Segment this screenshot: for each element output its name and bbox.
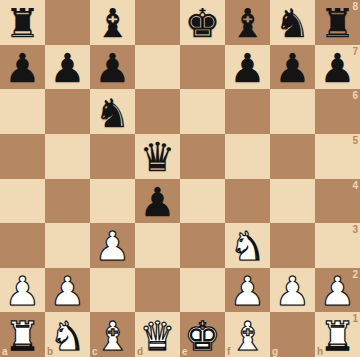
square-f3[interactable]: ♞: [225, 223, 270, 268]
piece-black-pawn[interactable]: ♟: [5, 48, 41, 88]
piece-black-rook[interactable]: ♜: [320, 3, 356, 43]
square-e1[interactable]: ♚e: [180, 312, 225, 357]
piece-white-knight[interactable]: ♞: [230, 226, 266, 266]
square-b5[interactable]: [45, 134, 90, 179]
piece-black-pawn[interactable]: ♟: [275, 48, 311, 88]
square-h1[interactable]: ♜1h: [315, 312, 360, 357]
square-h4[interactable]: 4: [315, 179, 360, 224]
square-g8[interactable]: ♞: [270, 0, 315, 45]
square-c7[interactable]: ♟: [90, 45, 135, 90]
square-h3[interactable]: 3: [315, 223, 360, 268]
piece-black-pawn[interactable]: ♟: [320, 48, 356, 88]
piece-white-bishop[interactable]: ♝: [95, 316, 131, 356]
square-e8[interactable]: ♚: [180, 0, 225, 45]
square-a8[interactable]: ♜: [0, 0, 45, 45]
piece-black-king[interactable]: ♚: [185, 3, 221, 43]
square-e7[interactable]: [180, 45, 225, 90]
piece-white-rook[interactable]: ♜: [5, 316, 41, 356]
square-c5[interactable]: [90, 134, 135, 179]
square-a1[interactable]: ♜a: [0, 312, 45, 357]
chess-board: ♜♝♚♝♞♜8♟♟♟♟♟♟7♞6♛5♟4♟♞3♟♟♟♟♟2♜a♞b♝c♛d♚e♝…: [0, 0, 360, 357]
square-b1[interactable]: ♞b: [45, 312, 90, 357]
square-a4[interactable]: [0, 179, 45, 224]
piece-white-pawn[interactable]: ♟: [320, 271, 356, 311]
rank-label-5: 5: [352, 135, 358, 146]
square-d5[interactable]: ♛: [135, 134, 180, 179]
square-d7[interactable]: [135, 45, 180, 90]
square-g4[interactable]: [270, 179, 315, 224]
square-a5[interactable]: [0, 134, 45, 179]
piece-black-pawn[interactable]: ♟: [230, 48, 266, 88]
square-h6[interactable]: 6: [315, 89, 360, 134]
square-e6[interactable]: [180, 89, 225, 134]
piece-white-rook[interactable]: ♜: [320, 316, 356, 356]
piece-white-queen[interactable]: ♛: [140, 316, 176, 356]
square-f6[interactable]: [225, 89, 270, 134]
square-a2[interactable]: ♟: [0, 268, 45, 313]
square-g7[interactable]: ♟: [270, 45, 315, 90]
square-e3[interactable]: [180, 223, 225, 268]
square-c8[interactable]: ♝: [90, 0, 135, 45]
square-b8[interactable]: [45, 0, 90, 45]
file-label-g: g: [272, 346, 278, 357]
square-e5[interactable]: [180, 134, 225, 179]
square-g3[interactable]: [270, 223, 315, 268]
square-a3[interactable]: [0, 223, 45, 268]
square-d8[interactable]: [135, 0, 180, 45]
square-c2[interactable]: [90, 268, 135, 313]
piece-white-bishop[interactable]: ♝: [230, 316, 266, 356]
square-f8[interactable]: ♝: [225, 0, 270, 45]
piece-black-pawn[interactable]: ♟: [50, 48, 86, 88]
square-g6[interactable]: [270, 89, 315, 134]
square-h7[interactable]: ♟7: [315, 45, 360, 90]
square-d6[interactable]: [135, 89, 180, 134]
square-g2[interactable]: ♟: [270, 268, 315, 313]
rank-label-6: 6: [352, 90, 358, 101]
piece-black-rook[interactable]: ♜: [5, 3, 41, 43]
square-d3[interactable]: [135, 223, 180, 268]
piece-white-knight[interactable]: ♞: [50, 316, 86, 356]
piece-white-pawn[interactable]: ♟: [95, 226, 131, 266]
piece-black-queen[interactable]: ♛: [140, 137, 176, 177]
rank-label-4: 4: [352, 180, 358, 191]
square-c4[interactable]: [90, 179, 135, 224]
square-b3[interactable]: [45, 223, 90, 268]
square-b2[interactable]: ♟: [45, 268, 90, 313]
piece-white-pawn[interactable]: ♟: [275, 271, 311, 311]
square-b4[interactable]: [45, 179, 90, 224]
square-a6[interactable]: [0, 89, 45, 134]
square-c6[interactable]: ♞: [90, 89, 135, 134]
square-d4[interactable]: ♟: [135, 179, 180, 224]
piece-black-knight[interactable]: ♞: [275, 3, 311, 43]
square-a7[interactable]: ♟: [0, 45, 45, 90]
square-h8[interactable]: ♜8: [315, 0, 360, 45]
square-e4[interactable]: [180, 179, 225, 224]
square-h5[interactable]: 5: [315, 134, 360, 179]
square-c1[interactable]: ♝c: [90, 312, 135, 357]
square-g5[interactable]: [270, 134, 315, 179]
piece-white-pawn[interactable]: ♟: [50, 271, 86, 311]
piece-black-bishop[interactable]: ♝: [95, 3, 131, 43]
square-f5[interactable]: [225, 134, 270, 179]
square-e2[interactable]: [180, 268, 225, 313]
piece-black-pawn[interactable]: ♟: [95, 48, 131, 88]
square-h2[interactable]: ♟2: [315, 268, 360, 313]
piece-white-pawn[interactable]: ♟: [230, 271, 266, 311]
square-b7[interactable]: ♟: [45, 45, 90, 90]
piece-black-knight[interactable]: ♞: [95, 93, 131, 133]
square-f2[interactable]: ♟: [225, 268, 270, 313]
rank-label-3: 3: [352, 224, 358, 235]
square-c3[interactable]: ♟: [90, 223, 135, 268]
square-f7[interactable]: ♟: [225, 45, 270, 90]
piece-white-pawn[interactable]: ♟: [5, 271, 41, 311]
piece-white-king[interactable]: ♚: [185, 316, 221, 356]
square-g1[interactable]: g: [270, 312, 315, 357]
piece-black-pawn[interactable]: ♟: [140, 182, 176, 222]
square-d1[interactable]: ♛d: [135, 312, 180, 357]
square-f4[interactable]: [225, 179, 270, 224]
piece-black-bishop[interactable]: ♝: [230, 3, 266, 43]
square-b6[interactable]: [45, 89, 90, 134]
square-d2[interactable]: [135, 268, 180, 313]
square-f1[interactable]: ♝f: [225, 312, 270, 357]
